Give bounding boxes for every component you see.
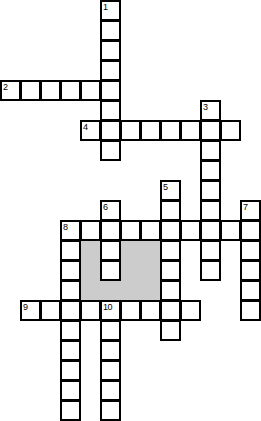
letter-cell[interactable] [60, 80, 81, 101]
letter-cell[interactable] [200, 160, 221, 181]
letter-cell[interactable] [60, 280, 81, 301]
shaded-cell [120, 260, 141, 281]
letter-cell[interactable] [80, 300, 101, 321]
letter-cell[interactable] [200, 220, 221, 241]
letter-cell[interactable] [200, 240, 221, 261]
letter-cell[interactable] [100, 360, 121, 381]
shaded-cell [140, 260, 161, 281]
letter-cell[interactable] [60, 320, 81, 341]
letter-cell[interactable] [160, 180, 181, 201]
letter-cell[interactable] [100, 260, 121, 281]
letter-cell[interactable] [60, 380, 81, 401]
letter-cell[interactable] [60, 360, 81, 381]
letter-cell[interactable] [100, 200, 121, 221]
shaded-cell [100, 280, 121, 301]
letter-cell[interactable] [100, 300, 121, 321]
letter-cell[interactable] [140, 300, 161, 321]
crossword-board: 12345678910 [0, 0, 261, 421]
letter-cell[interactable] [140, 220, 161, 241]
letter-cell[interactable] [200, 200, 221, 221]
letter-cell[interactable] [180, 120, 201, 141]
letter-cell[interactable] [180, 220, 201, 241]
shaded-cell [80, 260, 101, 281]
shaded-cell [140, 240, 161, 261]
letter-cell[interactable] [160, 200, 181, 221]
letter-cell[interactable] [100, 0, 121, 21]
letter-cell[interactable] [180, 300, 201, 321]
letter-cell[interactable] [80, 80, 101, 101]
shaded-cell [140, 280, 161, 301]
letter-cell[interactable] [200, 120, 221, 141]
letter-cell[interactable] [100, 320, 121, 341]
letter-cell[interactable] [60, 400, 81, 421]
letter-cell[interactable] [220, 220, 241, 241]
shaded-cell [80, 280, 101, 301]
letter-cell[interactable] [80, 220, 101, 241]
letter-cell[interactable] [100, 60, 121, 81]
letter-cell[interactable] [80, 120, 101, 141]
letter-cell[interactable] [200, 100, 221, 121]
letter-cell[interactable] [100, 240, 121, 261]
letter-cell[interactable] [100, 220, 121, 241]
letter-cell[interactable] [160, 220, 181, 241]
letter-cell[interactable] [20, 300, 41, 321]
letter-cell[interactable] [100, 120, 121, 141]
letter-cell[interactable] [20, 80, 41, 101]
letter-cell[interactable] [100, 40, 121, 61]
letter-cell[interactable] [60, 260, 81, 281]
letter-cell[interactable] [60, 300, 81, 321]
shaded-cell [120, 240, 141, 261]
letter-cell[interactable] [60, 240, 81, 261]
letter-cell[interactable] [40, 300, 61, 321]
letter-cell[interactable] [240, 240, 261, 261]
letter-cell[interactable] [60, 340, 81, 361]
letter-cell[interactable] [100, 100, 121, 121]
letter-cell[interactable] [200, 180, 221, 201]
letter-cell[interactable] [160, 120, 181, 141]
letter-cell[interactable] [160, 320, 181, 341]
letter-cell[interactable] [160, 280, 181, 301]
shaded-cell [80, 240, 101, 261]
letter-cell[interactable] [240, 200, 261, 221]
shaded-cell [120, 280, 141, 301]
letter-cell[interactable] [100, 340, 121, 361]
letter-cell[interactable] [160, 260, 181, 281]
letter-cell[interactable] [200, 260, 221, 281]
letter-cell[interactable] [220, 120, 241, 141]
letter-cell[interactable] [140, 120, 161, 141]
letter-cell[interactable] [240, 220, 261, 241]
letter-cell[interactable] [100, 400, 121, 421]
letter-cell[interactable] [120, 120, 141, 141]
letter-cell[interactable] [40, 80, 61, 101]
letter-cell[interactable] [60, 220, 81, 241]
letter-cell[interactable] [100, 140, 121, 161]
letter-cell[interactable] [160, 240, 181, 261]
letter-cell[interactable] [200, 140, 221, 161]
letter-cell[interactable] [100, 80, 121, 101]
letter-cell[interactable] [160, 300, 181, 321]
letter-cell[interactable] [0, 80, 21, 101]
letter-cell[interactable] [240, 280, 261, 301]
letter-cell[interactable] [120, 220, 141, 241]
letter-cell[interactable] [120, 300, 141, 321]
letter-cell[interactable] [240, 300, 261, 321]
letter-cell[interactable] [100, 380, 121, 401]
letter-cell[interactable] [240, 260, 261, 281]
letter-cell[interactable] [100, 20, 121, 41]
